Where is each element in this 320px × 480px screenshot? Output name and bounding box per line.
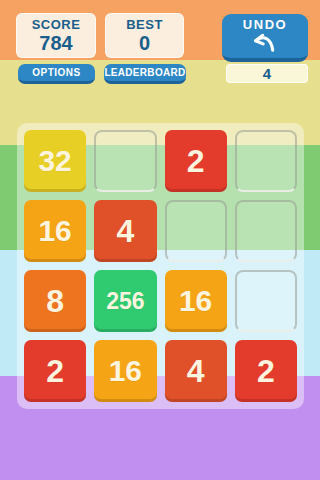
score-value: 784 [39,32,72,54]
game-board[interactable]: 32216482561621642 [17,123,304,409]
tile-4: 4 [94,200,156,262]
options-button[interactable]: OPTIONS [18,64,95,84]
cell-r4c3: 4 [165,340,227,402]
cell-r2c1: 16 [24,200,86,262]
cell-r4c2: 16 [94,340,156,402]
cell-r2c4 [235,200,297,262]
cell-r3c1: 8 [24,270,86,332]
best-panel: BEST 0 [105,13,184,58]
cell-r3c3: 16 [165,270,227,332]
cell-r1c4 [235,130,297,192]
undo-button[interactable]: UNDO [222,14,308,62]
best-value: 0 [139,32,150,54]
cell-r3c4 [235,270,297,332]
cell-r1c2 [94,130,156,192]
tile-8: 8 [24,270,86,332]
score-label: SCORE [32,17,81,32]
undo-arrow-icon [250,33,280,56]
tile-16: 16 [165,270,227,332]
undo-count-value: 4 [263,65,271,82]
best-label: BEST [126,17,163,32]
tile-256: 256 [94,270,156,332]
cell-r3c2: 256 [94,270,156,332]
cell-r2c2: 4 [94,200,156,262]
undo-counter: 4 [226,64,308,83]
cell-r2c3 [165,200,227,262]
tile-4: 4 [165,340,227,402]
leaderboard-button[interactable]: LEADERBOARD [104,64,186,84]
tile-2: 2 [235,340,297,402]
cell-r4c4: 2 [235,340,297,402]
options-button-label: OPTIONS [32,67,81,78]
cell-r1c3: 2 [165,130,227,192]
tile-2: 2 [24,340,86,402]
tile-2: 2 [165,130,227,192]
tile-16: 16 [94,340,156,402]
leaderboard-button-label: LEADERBOARD [104,67,185,78]
tile-16: 16 [24,200,86,262]
cell-r1c1: 32 [24,130,86,192]
tile-32: 32 [24,130,86,192]
score-panel: SCORE 784 [16,13,96,58]
cell-r4c1: 2 [24,340,86,402]
undo-button-label: UNDO [243,18,287,32]
